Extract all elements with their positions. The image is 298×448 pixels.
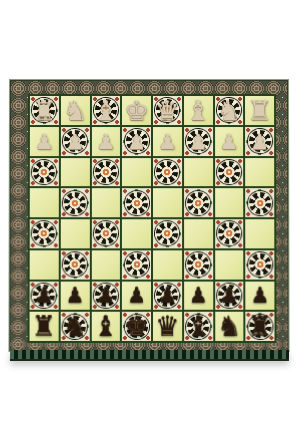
square-h4[interactable] — [30, 188, 59, 217]
square-h8[interactable]: ♜ — [30, 312, 59, 341]
black-pawn[interactable]: ♟ — [184, 286, 213, 307]
square-d8[interactable]: ♛ — [153, 312, 182, 341]
square-a3[interactable] — [245, 158, 274, 187]
square-a7[interactable]: ♟ — [246, 281, 275, 310]
black-rook[interactable]: ♜ — [246, 313, 275, 340]
white-pawn[interactable]: ♟ — [122, 132, 151, 153]
black-pawn[interactable]: ♟ — [153, 286, 182, 307]
black-bishop[interactable]: ♝ — [91, 313, 120, 340]
square-b8[interactable]: ♞ — [215, 312, 244, 341]
chess-board: ♜♞♝♚♛♝♞♜♟♟♟♟♟♟♟♟♟♟♟♟♟♟♟♟♜♞♝♚♛♝♞♜ — [28, 94, 277, 343]
board-side-edge — [10, 350, 289, 361]
square-g7[interactable]: ♟ — [60, 281, 89, 310]
black-pawn[interactable]: ♟ — [246, 286, 275, 307]
white-pawn[interactable]: ♟ — [91, 132, 120, 153]
square-c8[interactable]: ♝ — [184, 312, 213, 341]
black-knight[interactable]: ♞ — [215, 313, 244, 340]
black-pawn[interactable]: ♟ — [60, 286, 89, 307]
white-queen[interactable]: ♛ — [153, 97, 182, 124]
black-pawn[interactable]: ♟ — [122, 286, 151, 307]
white-king[interactable]: ♚ — [122, 97, 151, 124]
white-pawn[interactable]: ♟ — [153, 132, 182, 153]
white-bishop[interactable]: ♝ — [184, 97, 213, 124]
white-knight[interactable]: ♞ — [61, 97, 90, 124]
square-f1[interactable]: ♝ — [91, 96, 120, 125]
square-f8[interactable]: ♝ — [91, 312, 120, 341]
white-pawn[interactable]: ♟ — [61, 132, 90, 153]
square-b6[interactable] — [215, 250, 244, 279]
square-c4[interactable] — [184, 188, 213, 217]
square-f4[interactable] — [91, 188, 120, 217]
square-g5[interactable] — [61, 219, 90, 248]
square-c7[interactable]: ♟ — [184, 281, 213, 310]
black-pawn[interactable]: ♟ — [30, 286, 59, 307]
square-e7[interactable]: ♟ — [122, 281, 151, 310]
square-a1[interactable]: ♜ — [245, 96, 274, 125]
square-b4[interactable] — [215, 188, 244, 217]
square-b7[interactable]: ♟ — [215, 281, 244, 310]
square-a6[interactable] — [245, 250, 274, 279]
square-e5[interactable] — [122, 219, 151, 248]
product-photo: ♜♞♝♚♛♝♞♜♟♟♟♟♟♟♟♟♟♟♟♟♟♟♟♟♜♞♝♚♛♝♞♜ — [0, 0, 298, 448]
square-a4[interactable] — [245, 188, 274, 217]
square-e6[interactable] — [122, 250, 151, 279]
square-g6[interactable] — [60, 250, 89, 279]
square-e4[interactable] — [122, 188, 151, 217]
square-d6[interactable] — [153, 250, 182, 279]
square-g8[interactable]: ♞ — [60, 312, 89, 341]
square-f2[interactable]: ♟ — [91, 127, 120, 156]
square-f3[interactable] — [91, 158, 120, 187]
square-h3[interactable] — [30, 158, 59, 187]
square-g1[interactable]: ♞ — [61, 96, 90, 125]
square-c6[interactable] — [184, 250, 213, 279]
square-b1[interactable]: ♞ — [215, 96, 244, 125]
square-e2[interactable]: ♟ — [122, 127, 151, 156]
white-pawn[interactable]: ♟ — [245, 132, 274, 153]
black-pawn[interactable]: ♟ — [91, 286, 120, 307]
square-e1[interactable]: ♚ — [122, 96, 151, 125]
white-pawn[interactable]: ♟ — [184, 132, 213, 153]
black-queen[interactable]: ♛ — [153, 313, 182, 340]
black-pawn[interactable]: ♟ — [215, 286, 244, 307]
chess-board-frame: ♜♞♝♚♛♝♞♜♟♟♟♟♟♟♟♟♟♟♟♟♟♟♟♟♜♞♝♚♛♝♞♜ — [8, 79, 289, 352]
square-d4[interactable] — [153, 188, 182, 217]
square-h5[interactable] — [30, 219, 59, 248]
square-c3[interactable] — [184, 158, 213, 187]
square-f5[interactable] — [91, 219, 120, 248]
square-c1[interactable]: ♝ — [184, 96, 213, 125]
square-h1[interactable]: ♜ — [30, 96, 59, 125]
square-c2[interactable]: ♟ — [184, 127, 213, 156]
square-b3[interactable] — [215, 158, 244, 187]
square-f6[interactable] — [91, 250, 120, 279]
square-e3[interactable] — [122, 158, 151, 187]
square-h2[interactable]: ♟ — [30, 127, 59, 156]
white-pawn[interactable]: ♟ — [215, 132, 244, 153]
square-e8[interactable]: ♚ — [122, 312, 151, 341]
black-bishop[interactable]: ♝ — [184, 313, 213, 340]
black-king[interactable]: ♚ — [122, 313, 151, 340]
square-a2[interactable]: ♟ — [245, 127, 274, 156]
square-d2[interactable]: ♟ — [153, 127, 182, 156]
square-g4[interactable] — [61, 188, 90, 217]
square-b2[interactable]: ♟ — [215, 127, 244, 156]
square-d5[interactable] — [153, 219, 182, 248]
square-a8[interactable]: ♜ — [246, 312, 275, 341]
white-rook[interactable]: ♜ — [30, 97, 59, 124]
black-rook[interactable]: ♜ — [30, 313, 59, 340]
square-a5[interactable] — [245, 219, 274, 248]
square-d3[interactable] — [153, 158, 182, 187]
square-h6[interactable] — [30, 250, 59, 279]
white-knight[interactable]: ♞ — [215, 97, 244, 124]
square-g3[interactable] — [61, 158, 90, 187]
square-c5[interactable] — [184, 219, 213, 248]
white-pawn[interactable]: ♟ — [30, 132, 59, 153]
square-d1[interactable]: ♛ — [153, 96, 182, 125]
square-f7[interactable]: ♟ — [91, 281, 120, 310]
white-bishop[interactable]: ♝ — [91, 97, 120, 124]
square-d7[interactable]: ♟ — [153, 281, 182, 310]
white-rook[interactable]: ♜ — [245, 97, 274, 124]
square-h7[interactable]: ♟ — [30, 281, 59, 310]
square-b5[interactable] — [215, 219, 244, 248]
square-g2[interactable]: ♟ — [61, 127, 90, 156]
black-knight[interactable]: ♞ — [60, 313, 89, 340]
